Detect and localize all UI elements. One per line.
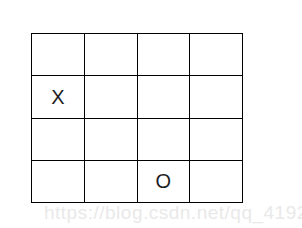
cell-r3c2[interactable]: [85, 119, 137, 160]
watermark: https://blog.csdn.net/qq_41926985: [44, 202, 302, 224]
cell-r3c3[interactable]: [138, 119, 190, 160]
cell-r4c1[interactable]: [32, 161, 84, 202]
cell-r4c2[interactable]: [85, 161, 137, 202]
cell-r2c1[interactable]: X: [32, 76, 84, 117]
cell-r3c1[interactable]: [32, 119, 84, 160]
cell-r4c3[interactable]: O: [138, 161, 190, 202]
cell-r1c4[interactable]: [190, 34, 242, 75]
o-mark: O: [156, 171, 172, 191]
cell-r1c3[interactable]: [138, 34, 190, 75]
game-board: XO: [31, 33, 243, 203]
cell-r2c4[interactable]: [190, 76, 242, 117]
screenshot-root: XO https://blog.csdn.net/qq_41926985: [0, 0, 302, 228]
cell-r2c2[interactable]: [85, 76, 137, 117]
cell-r1c1[interactable]: [32, 34, 84, 75]
cell-r2c3[interactable]: [138, 76, 190, 117]
cell-r4c4[interactable]: [190, 161, 242, 202]
x-mark: X: [51, 87, 64, 107]
cell-r1c2[interactable]: [85, 34, 137, 75]
cell-r3c4[interactable]: [190, 119, 242, 160]
